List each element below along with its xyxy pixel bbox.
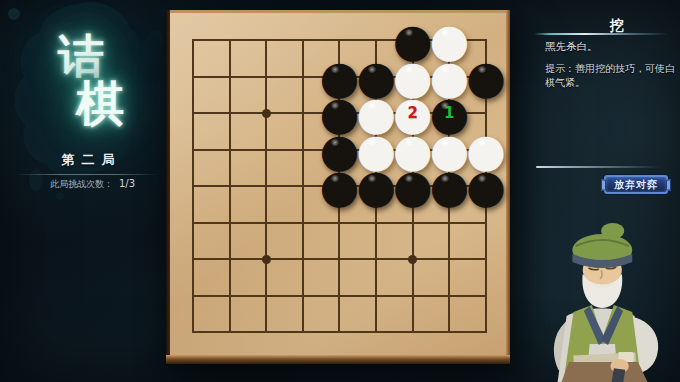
round-label: 第二局 [18, 151, 158, 169]
resign-button[interactable]: 放弃对弈 [604, 175, 668, 194]
app-window: 诘 棋 第二局 此局挑战次数： 1/3 ●●●●●●●●●●2●1●●●●●●●… [0, 0, 680, 382]
stone-white: ●2 [396, 96, 430, 130]
black-stone-glyph: ● [393, 169, 433, 203]
move-number-1: 1 [432, 96, 466, 130]
stone-black: ● [432, 169, 466, 203]
npc-hat-topknot [601, 223, 624, 239]
black-stone-glyph: ● [466, 60, 506, 94]
grid-line-h [192, 258, 487, 260]
panel-divider [536, 166, 660, 168]
black-stone-glyph: ● [319, 169, 359, 203]
app-title-char-2: 棋 [76, 72, 124, 136]
stone-black: ●1 [432, 96, 466, 130]
npc-teacher-illustration [532, 218, 668, 382]
grid-line-h [192, 295, 487, 297]
stone-black: ● [469, 60, 503, 94]
board-edge-bottom [166, 355, 510, 364]
title-underline [534, 33, 668, 35]
star-point [262, 255, 271, 264]
puzzle-objective: 黑先杀白。 [545, 40, 598, 54]
board-edge-right [506, 10, 510, 355]
npc-held-object [612, 368, 626, 382]
move-number-2: 2 [396, 96, 430, 130]
puzzle-hint: 提示：善用挖的技巧，可使白棋气紧。 [545, 62, 677, 90]
go-board-grid[interactable]: ●●●●●●●●●●2●1●●●●●●●●●● [170, 13, 506, 355]
black-stone-glyph: ● [356, 169, 396, 203]
grid-line-h [192, 222, 487, 224]
sidebar-divider [16, 174, 158, 175]
go-board[interactable]: ●●●●●●●●●●2●1●●●●●●●●●● [166, 10, 510, 364]
attempts-label: 此局挑战次数： [50, 178, 113, 191]
stone-black: ● [396, 169, 430, 203]
star-point [262, 109, 271, 118]
stone-black: ● [469, 169, 503, 203]
attempts-row: 此局挑战次数： 1/3 [50, 178, 135, 191]
stone-black: ● [359, 169, 393, 203]
black-stone-glyph: ● [466, 169, 506, 203]
npc-apron [561, 362, 649, 382]
grid-line-h [192, 331, 487, 333]
star-point [408, 255, 417, 264]
stone-black: ● [322, 169, 356, 203]
black-stone-glyph: ● [429, 169, 469, 203]
attempts-counter: 1/3 [119, 178, 135, 189]
